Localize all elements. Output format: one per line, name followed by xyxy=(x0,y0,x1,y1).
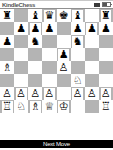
square-a5[interactable] xyxy=(0,48,14,61)
square-f2[interactable]: ♙ xyxy=(71,87,85,100)
square-e7[interactable] xyxy=(57,22,71,35)
piece-black-pawn[interactable]: ♟ xyxy=(58,49,69,61)
square-g8[interactable] xyxy=(85,9,99,22)
piece-white-pawn[interactable]: ♙ xyxy=(30,88,41,100)
square-g7[interactable]: ♟ xyxy=(85,22,99,35)
piece-black-rook[interactable]: ♜ xyxy=(2,10,13,22)
status-icons xyxy=(94,2,111,7)
chess-board: ♜♝♛♚♝♜♟♟♟♟♟♟♟♞♞♟♗♙♘♙♙♙♙♙♙♙♖♘♗♕♔♖ xyxy=(0,9,113,113)
square-b2[interactable]: ♙ xyxy=(14,87,28,100)
square-b3[interactable] xyxy=(14,74,28,87)
square-g1[interactable] xyxy=(85,100,99,113)
square-g3[interactable] xyxy=(85,74,99,87)
square-c8[interactable]: ♝ xyxy=(28,9,42,22)
square-d8[interactable]: ♛ xyxy=(42,9,56,22)
square-d1[interactable]: ♕ xyxy=(42,100,56,113)
square-f1[interactable] xyxy=(71,100,85,113)
square-a2[interactable]: ♙ xyxy=(0,87,14,100)
square-d5[interactable] xyxy=(42,48,56,61)
square-d2[interactable]: ♙ xyxy=(42,87,56,100)
square-c1[interactable]: ♗ xyxy=(28,100,42,113)
piece-black-pawn[interactable]: ♟ xyxy=(101,23,112,35)
piece-black-pawn[interactable]: ♟ xyxy=(44,23,55,35)
piece-white-rook[interactable]: ♖ xyxy=(101,101,112,113)
piece-white-pawn[interactable]: ♙ xyxy=(44,88,55,100)
piece-black-pawn[interactable]: ♟ xyxy=(86,23,97,35)
square-g6[interactable] xyxy=(85,35,99,48)
square-a1[interactable]: ♖ xyxy=(0,100,14,113)
square-a8[interactable]: ♜ xyxy=(0,9,14,22)
piece-black-pawn[interactable]: ♟ xyxy=(72,23,83,35)
square-e8[interactable]: ♚ xyxy=(57,9,71,22)
battery-level xyxy=(103,3,107,6)
square-h5[interactable] xyxy=(99,48,113,61)
signal-icon xyxy=(94,3,100,7)
square-c7[interactable]: ♟ xyxy=(28,22,42,35)
square-c4[interactable] xyxy=(28,61,42,74)
piece-black-bishop[interactable]: ♝ xyxy=(72,10,83,22)
piece-white-king[interactable]: ♔ xyxy=(58,101,69,113)
piece-black-pawn[interactable]: ♟ xyxy=(2,36,13,48)
next-move-label: Next Move xyxy=(43,140,70,148)
square-e6[interactable] xyxy=(57,35,71,48)
square-b7[interactable]: ♟ xyxy=(14,22,28,35)
square-g2[interactable]: ♙ xyxy=(85,87,99,100)
square-g4[interactable] xyxy=(85,61,99,74)
square-c3[interactable] xyxy=(28,74,42,87)
square-a4[interactable]: ♗ xyxy=(0,61,14,74)
piece-black-king[interactable]: ♚ xyxy=(58,10,69,22)
square-e4[interactable]: ♙ xyxy=(57,61,71,74)
square-f7[interactable]: ♟ xyxy=(71,22,85,35)
piece-white-pawn[interactable]: ♙ xyxy=(58,62,69,74)
app-title: KindleChess xyxy=(2,1,35,9)
status-bar: KindleChess xyxy=(0,1,113,9)
square-f4[interactable] xyxy=(71,61,85,74)
square-c2[interactable]: ♙ xyxy=(28,87,42,100)
piece-black-pawn[interactable]: ♟ xyxy=(30,23,41,35)
piece-black-knight[interactable]: ♞ xyxy=(72,36,83,48)
square-b5[interactable] xyxy=(14,48,28,61)
kindle-screen: KindleChess ♜♝♛♚♝♜♟♟♟♟♟♟♟♞♞♟♗♙♘♙♙♙♙♙♙♙♖♘… xyxy=(0,0,113,150)
piece-white-bishop[interactable]: ♗ xyxy=(30,101,41,113)
square-d4[interactable] xyxy=(42,61,56,74)
piece-black-knight[interactable]: ♞ xyxy=(30,36,41,48)
piece-black-pawn[interactable]: ♟ xyxy=(16,23,27,35)
square-e2[interactable] xyxy=(57,87,71,100)
content-spacer xyxy=(0,113,113,140)
piece-white-pawn[interactable]: ♙ xyxy=(72,88,83,100)
piece-black-rook[interactable]: ♜ xyxy=(101,10,112,22)
piece-white-bishop[interactable]: ♗ xyxy=(2,62,13,74)
square-h4[interactable] xyxy=(99,61,113,74)
piece-white-rook[interactable]: ♖ xyxy=(2,101,13,113)
square-h2[interactable]: ♙ xyxy=(99,87,113,100)
square-b8[interactable] xyxy=(14,9,28,22)
square-f8[interactable]: ♝ xyxy=(71,9,85,22)
square-h7[interactable]: ♟ xyxy=(99,22,113,35)
square-b1[interactable]: ♘ xyxy=(14,100,28,113)
piece-white-pawn[interactable]: ♙ xyxy=(101,88,112,100)
piece-white-pawn[interactable]: ♙ xyxy=(2,88,13,100)
square-e3[interactable] xyxy=(57,74,71,87)
square-h1[interactable]: ♖ xyxy=(99,100,113,113)
square-b6[interactable] xyxy=(14,35,28,48)
square-a3[interactable] xyxy=(0,74,14,87)
square-c6[interactable]: ♞ xyxy=(28,35,42,48)
square-h3[interactable] xyxy=(99,74,113,87)
square-h8[interactable]: ♜ xyxy=(99,9,113,22)
square-f5[interactable] xyxy=(71,48,85,61)
next-move-bar[interactable]: Next Move xyxy=(0,140,113,148)
piece-white-pawn[interactable]: ♙ xyxy=(86,88,97,100)
piece-white-knight[interactable]: ♘ xyxy=(72,75,83,87)
square-d3[interactable] xyxy=(42,74,56,87)
square-a7[interactable] xyxy=(0,22,14,35)
square-f6[interactable]: ♞ xyxy=(71,35,85,48)
piece-white-pawn[interactable]: ♙ xyxy=(16,88,27,100)
square-b4[interactable] xyxy=(14,61,28,74)
square-d7[interactable]: ♟ xyxy=(42,22,56,35)
square-e1[interactable]: ♔ xyxy=(57,100,71,113)
square-e5[interactable]: ♟ xyxy=(57,48,71,61)
square-d6[interactable] xyxy=(42,35,56,48)
battery-nub xyxy=(111,4,112,5)
piece-white-queen[interactable]: ♕ xyxy=(44,101,55,113)
battery-icon xyxy=(102,2,111,7)
square-c5[interactable] xyxy=(28,48,42,61)
square-h6[interactable] xyxy=(99,35,113,48)
square-a6[interactable]: ♟ xyxy=(0,35,14,48)
square-g5[interactable] xyxy=(85,48,99,61)
piece-black-bishop[interactable]: ♝ xyxy=(30,10,41,22)
piece-black-queen[interactable]: ♛ xyxy=(44,10,55,22)
square-f3[interactable]: ♘ xyxy=(71,74,85,87)
piece-white-knight[interactable]: ♘ xyxy=(16,101,27,113)
